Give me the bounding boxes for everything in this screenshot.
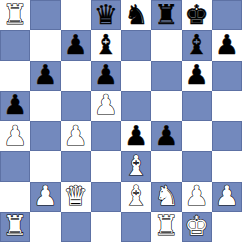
square-h3[interactable]	[212, 151, 242, 181]
square-g3[interactable]	[182, 151, 212, 181]
white-pawn[interactable]: ♟	[33, 182, 57, 209]
chess-board: ♜♛♞♜♚♟♝♝♟♟♟♟♟♟♟♟♟♟♝♟♛♝♞♟♟♜♜♚	[0, 0, 242, 242]
black-pawn[interactable]: ♟	[124, 122, 148, 149]
black-pawn[interactable]: ♟	[185, 61, 209, 88]
square-c6[interactable]	[61, 61, 91, 91]
square-d5[interactable]: ♟	[91, 91, 121, 121]
black-pawn[interactable]: ♟	[94, 61, 118, 88]
square-b7[interactable]	[30, 30, 60, 60]
square-f3[interactable]	[151, 151, 181, 181]
square-h5[interactable]	[212, 91, 242, 121]
black-pawn[interactable]: ♟	[64, 31, 88, 58]
square-e5[interactable]	[121, 91, 151, 121]
square-c4[interactable]: ♟	[61, 121, 91, 151]
square-c7[interactable]: ♟	[61, 30, 91, 60]
square-f5[interactable]	[151, 91, 181, 121]
square-d6[interactable]: ♟	[91, 61, 121, 91]
square-h7[interactable]: ♟	[212, 30, 242, 60]
white-pawn[interactable]: ♟	[94, 91, 118, 118]
square-d1[interactable]	[91, 212, 121, 242]
square-d2[interactable]	[91, 182, 121, 212]
black-bishop[interactable]: ♝	[94, 31, 118, 58]
square-h1[interactable]	[212, 212, 242, 242]
square-b5[interactable]	[30, 91, 60, 121]
square-b4[interactable]	[30, 121, 60, 151]
square-f6[interactable]	[151, 61, 181, 91]
square-d8[interactable]: ♛	[91, 0, 121, 30]
black-pawn[interactable]: ♟	[33, 61, 57, 88]
white-pawn[interactable]: ♟	[185, 182, 209, 209]
square-c3[interactable]	[61, 151, 91, 181]
square-c5[interactable]	[61, 91, 91, 121]
black-pawn[interactable]: ♟	[215, 31, 239, 58]
square-g7[interactable]: ♝	[182, 30, 212, 60]
white-rook[interactable]: ♜	[154, 212, 178, 239]
black-knight[interactable]: ♞	[124, 1, 148, 28]
square-e8[interactable]: ♞	[121, 0, 151, 30]
square-a6[interactable]	[0, 61, 30, 91]
white-bishop[interactable]: ♝	[124, 152, 148, 179]
square-g2[interactable]: ♟	[182, 182, 212, 212]
black-king[interactable]: ♚	[185, 1, 209, 28]
square-g5[interactable]	[182, 91, 212, 121]
square-e7[interactable]	[121, 30, 151, 60]
square-b1[interactable]	[30, 212, 60, 242]
square-e2[interactable]: ♝	[121, 182, 151, 212]
square-e4[interactable]: ♟	[121, 121, 151, 151]
white-pawn[interactable]: ♟	[3, 122, 27, 149]
square-e6[interactable]	[121, 61, 151, 91]
square-h2[interactable]: ♟	[212, 182, 242, 212]
square-c8[interactable]	[61, 0, 91, 30]
square-g8[interactable]: ♚	[182, 0, 212, 30]
square-c2[interactable]: ♛	[61, 182, 91, 212]
square-f7[interactable]	[151, 30, 181, 60]
square-d7[interactable]: ♝	[91, 30, 121, 60]
square-a3[interactable]	[0, 151, 30, 181]
black-queen[interactable]: ♛	[94, 1, 118, 28]
square-d4[interactable]	[91, 121, 121, 151]
square-b2[interactable]: ♟	[30, 182, 60, 212]
square-a4[interactable]: ♟	[0, 121, 30, 151]
square-d3[interactable]	[91, 151, 121, 181]
square-g6[interactable]: ♟	[182, 61, 212, 91]
square-f1[interactable]: ♜	[151, 212, 181, 242]
square-f4[interactable]: ♟	[151, 121, 181, 151]
square-e3[interactable]: ♝	[121, 151, 151, 181]
square-g1[interactable]: ♚	[182, 212, 212, 242]
square-e1[interactable]	[121, 212, 151, 242]
black-pawn[interactable]: ♟	[3, 91, 27, 118]
square-a7[interactable]	[0, 30, 30, 60]
square-c1[interactable]	[61, 212, 91, 242]
white-rook[interactable]: ♜	[3, 1, 27, 28]
black-pawn[interactable]: ♟	[154, 122, 178, 149]
square-f8[interactable]: ♜	[151, 0, 181, 30]
white-knight[interactable]: ♞	[154, 182, 178, 209]
square-b6[interactable]: ♟	[30, 61, 60, 91]
black-bishop[interactable]: ♝	[185, 31, 209, 58]
square-h8[interactable]	[212, 0, 242, 30]
square-a1[interactable]: ♜	[0, 212, 30, 242]
white-queen[interactable]: ♛	[64, 182, 88, 209]
square-a8[interactable]: ♜	[0, 0, 30, 30]
square-h4[interactable]	[212, 121, 242, 151]
black-rook[interactable]: ♜	[154, 1, 178, 28]
square-b8[interactable]	[30, 0, 60, 30]
square-a2[interactable]	[0, 182, 30, 212]
square-b3[interactable]	[30, 151, 60, 181]
square-h6[interactable]	[212, 61, 242, 91]
white-pawn[interactable]: ♟	[64, 122, 88, 149]
white-pawn[interactable]: ♟	[215, 182, 239, 209]
square-f2[interactable]: ♞	[151, 182, 181, 212]
white-bishop[interactable]: ♝	[124, 182, 148, 209]
square-g4[interactable]	[182, 121, 212, 151]
white-king[interactable]: ♚	[185, 212, 209, 239]
square-a5[interactable]: ♟	[0, 91, 30, 121]
white-rook[interactable]: ♜	[3, 212, 27, 239]
